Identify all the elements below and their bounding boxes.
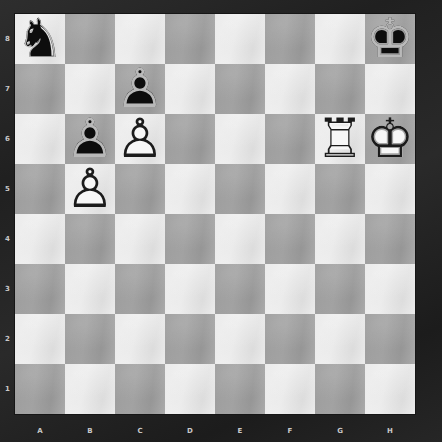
rank-label-2: 2 xyxy=(0,314,15,364)
file-label-b: B xyxy=(65,414,115,442)
square-a4[interactable] xyxy=(15,214,65,264)
square-h2[interactable] xyxy=(365,314,415,364)
square-f1[interactable] xyxy=(265,364,315,414)
file-label-c: C xyxy=(115,414,165,442)
black-knight-outline: ♘ xyxy=(15,14,65,64)
square-a3[interactable] xyxy=(15,264,65,314)
square-g6[interactable]: ♜♖ xyxy=(315,114,365,164)
square-d7[interactable] xyxy=(165,64,215,114)
square-h6[interactable]: ♚♔ xyxy=(365,114,415,164)
square-f3[interactable] xyxy=(265,264,315,314)
black-king-outline: ♔ xyxy=(365,14,415,64)
square-c4[interactable] xyxy=(115,214,165,264)
square-f2[interactable] xyxy=(265,314,315,364)
square-f6[interactable] xyxy=(265,114,315,164)
rank-label-4: 4 xyxy=(0,214,15,264)
square-g2[interactable] xyxy=(315,314,365,364)
chess-board[interactable]: ♞♘♚♔♟♙♟♙♟♙♜♖♚♔♟♙ xyxy=(15,14,415,414)
square-c5[interactable] xyxy=(115,164,165,214)
white-rook-outline: ♖ xyxy=(315,114,365,164)
square-d5[interactable] xyxy=(165,164,215,214)
square-d6[interactable] xyxy=(165,114,215,164)
rank-label-3: 3 xyxy=(0,264,15,314)
square-e8[interactable] xyxy=(215,14,265,64)
white-pawn[interactable]: ♟♙ xyxy=(65,164,115,214)
square-b4[interactable] xyxy=(65,214,115,264)
square-e1[interactable] xyxy=(215,364,265,414)
rank-label-1: 1 xyxy=(0,364,15,414)
square-a2[interactable] xyxy=(15,314,65,364)
rank-label-6: 6 xyxy=(0,114,15,164)
square-h5[interactable] xyxy=(365,164,415,214)
black-king[interactable]: ♚♔ xyxy=(365,14,415,64)
square-e5[interactable] xyxy=(215,164,265,214)
file-label-d: D xyxy=(165,414,215,442)
square-d8[interactable] xyxy=(165,14,215,64)
square-b5[interactable]: ♟♙ xyxy=(65,164,115,214)
file-label-h: H xyxy=(365,414,415,442)
square-g8[interactable] xyxy=(315,14,365,64)
square-e4[interactable] xyxy=(215,214,265,264)
square-a1[interactable] xyxy=(15,364,65,414)
white-pawn-outline: ♙ xyxy=(115,114,165,164)
square-c3[interactable] xyxy=(115,264,165,314)
square-g1[interactable] xyxy=(315,364,365,414)
square-f8[interactable] xyxy=(265,14,315,64)
rank-label-7: 7 xyxy=(0,64,15,114)
square-a8[interactable]: ♞♘ xyxy=(15,14,65,64)
file-labels: ABCDEFGH xyxy=(15,414,415,442)
square-f4[interactable] xyxy=(265,214,315,264)
square-b2[interactable] xyxy=(65,314,115,364)
black-knight[interactable]: ♞♘ xyxy=(15,14,65,64)
square-a7[interactable] xyxy=(15,64,65,114)
square-b1[interactable] xyxy=(65,364,115,414)
square-c2[interactable] xyxy=(115,314,165,364)
white-king[interactable]: ♚♔ xyxy=(365,114,415,164)
white-pawn-outline: ♙ xyxy=(65,164,115,214)
square-c6[interactable]: ♟♙ xyxy=(115,114,165,164)
square-a5[interactable] xyxy=(15,164,65,214)
file-label-g: G xyxy=(315,414,365,442)
white-king-outline: ♔ xyxy=(365,114,415,164)
chessboard-frame: 87654321 ♞♘♚♔♟♙♟♙♟♙♜♖♚♔♟♙ ABCDEFGH xyxy=(0,0,442,442)
rank-label-8: 8 xyxy=(0,14,15,64)
square-g4[interactable] xyxy=(315,214,365,264)
file-label-e: E xyxy=(215,414,265,442)
square-h1[interactable] xyxy=(365,364,415,414)
white-rook[interactable]: ♜♖ xyxy=(315,114,365,164)
square-h3[interactable] xyxy=(365,264,415,314)
file-label-f: F xyxy=(265,414,315,442)
file-label-a: A xyxy=(15,414,65,442)
square-h4[interactable] xyxy=(365,214,415,264)
square-d3[interactable] xyxy=(165,264,215,314)
square-a6[interactable] xyxy=(15,114,65,164)
square-d2[interactable] xyxy=(165,314,215,364)
square-f7[interactable] xyxy=(265,64,315,114)
square-g3[interactable] xyxy=(315,264,365,314)
square-f5[interactable] xyxy=(265,164,315,214)
rank-labels: 87654321 xyxy=(0,14,15,414)
square-b3[interactable] xyxy=(65,264,115,314)
rank-label-5: 5 xyxy=(0,164,15,214)
square-g5[interactable] xyxy=(315,164,365,214)
square-d4[interactable] xyxy=(165,214,215,264)
square-e3[interactable] xyxy=(215,264,265,314)
square-e7[interactable] xyxy=(215,64,265,114)
square-d1[interactable] xyxy=(165,364,215,414)
square-e2[interactable] xyxy=(215,314,265,364)
square-c1[interactable] xyxy=(115,364,165,414)
square-h8[interactable]: ♚♔ xyxy=(365,14,415,64)
square-b8[interactable] xyxy=(65,14,115,64)
square-e6[interactable] xyxy=(215,114,265,164)
white-pawn[interactable]: ♟♙ xyxy=(115,114,165,164)
